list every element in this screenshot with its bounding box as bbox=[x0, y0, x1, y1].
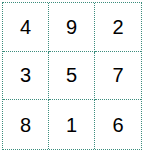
cell-r1c2: 9 bbox=[49, 3, 95, 52]
magic-square-board: 4 9 2 3 5 7 8 1 6 bbox=[2, 2, 142, 150]
cell-r3c3: 6 bbox=[95, 100, 141, 149]
cell-r2c1: 3 bbox=[3, 52, 49, 101]
cell-r3c2: 1 bbox=[49, 100, 95, 149]
cell-r3c1: 8 bbox=[3, 100, 49, 149]
cell-r2c3: 7 bbox=[95, 52, 141, 101]
cell-r2c2: 5 bbox=[49, 52, 95, 101]
cell-r1c3: 2 bbox=[95, 3, 141, 52]
cell-r1c1: 4 bbox=[3, 3, 49, 52]
